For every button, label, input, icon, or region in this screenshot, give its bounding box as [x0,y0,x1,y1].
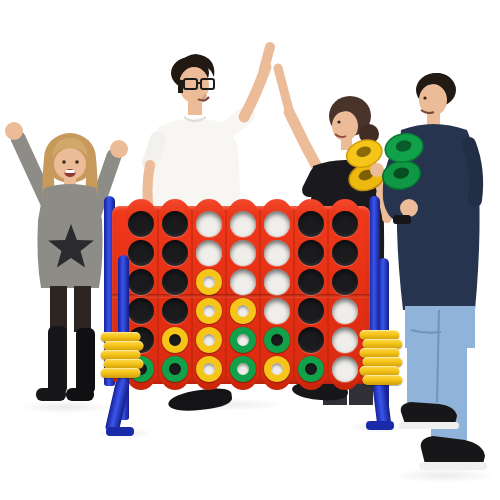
cell-r4c5[interactable] [260,296,294,325]
cell-r1c2[interactable] [158,209,192,238]
empty-hole [298,298,324,324]
cell-r5c2[interactable] [158,325,192,354]
man1-head [171,54,214,115]
cell-r1c3[interactable] [192,209,226,238]
cell-r1c1[interactable] [124,209,158,238]
cell-r6c4[interactable] [226,354,260,383]
empty-hole [264,298,290,324]
ring-stack-left [102,333,142,378]
empty-hole [332,327,358,353]
connect-four-board [104,196,404,444]
empty-hole [162,269,188,295]
empty-hole [264,269,290,295]
cell-r3c7[interactable] [328,267,362,296]
disc-green [162,356,188,382]
man2-head [416,73,456,127]
empty-hole [332,240,358,266]
girl-sweater [37,184,102,288]
disc-yellow [196,356,222,382]
cell-r6c3[interactable] [192,354,226,383]
empty-hole [230,240,256,266]
cell-r2c1[interactable] [124,238,158,267]
empty-hole [128,240,154,266]
cell-r2c6[interactable] [294,238,328,267]
cell-r3c5[interactable] [260,267,294,296]
empty-hole [230,269,256,295]
empty-hole [196,211,222,237]
board-grid [124,209,362,383]
empty-hole [298,240,324,266]
cell-r1c5[interactable] [260,209,294,238]
empty-hole [298,211,324,237]
cell-r3c4[interactable] [226,267,260,296]
cell-r5c4[interactable] [226,325,260,354]
cell-r1c7[interactable] [328,209,362,238]
cell-r4c2[interactable] [158,296,192,325]
cell-r6c7[interactable] [328,354,362,383]
girl-legs-boots [36,286,95,401]
empty-hole [264,211,290,237]
cell-r5c7[interactable] [328,325,362,354]
disc-green [230,356,256,382]
woman-arms [278,68,323,178]
disc-green [298,356,324,382]
empty-hole [298,269,324,295]
cell-r3c2[interactable] [158,267,192,296]
cell-r4c6[interactable] [294,296,328,325]
girl-fist-right [110,140,128,158]
cell-r4c1[interactable] [124,296,158,325]
cell-r1c4[interactable] [226,209,260,238]
cell-r2c7[interactable] [328,238,362,267]
disc-yellow [196,269,222,295]
empty-hole [196,240,222,266]
disc-yellow [196,327,222,353]
empty-hole [230,211,256,237]
empty-hole [128,269,154,295]
cell-r4c7[interactable] [328,296,362,325]
cell-r4c3[interactable] [192,296,226,325]
cell-r3c1[interactable] [124,267,158,296]
cell-r6c5[interactable] [260,354,294,383]
cell-r1c6[interactable] [294,209,328,238]
cell-r6c2[interactable] [158,354,192,383]
left-foot [106,427,134,436]
disc-yellow [162,327,188,353]
woman-high-five-hand [278,68,289,110]
girl-fist-left [5,122,23,140]
cell-r2c2[interactable] [158,238,192,267]
cell-r2c3[interactable] [192,238,226,267]
cell-r2c4[interactable] [226,238,260,267]
cell-r6c6[interactable] [294,354,328,383]
empty-hole [298,327,324,353]
cell-r4c4[interactable] [226,296,260,325]
disc-yellow [230,298,256,324]
empty-hole [162,211,188,237]
spare-ring-yellow [363,375,403,385]
cell-r5c6[interactable] [294,325,328,354]
empty-hole [162,298,188,324]
empty-hole [128,211,154,237]
disc-yellow [196,298,222,324]
empty-hole [332,356,358,382]
empty-hole [264,240,290,266]
cell-r3c6[interactable] [294,267,328,296]
right-foot [366,421,394,430]
disc-yellow [264,356,290,382]
disc-green [230,327,256,353]
empty-hole [332,211,358,237]
product-photo-scene [0,0,500,500]
empty-hole [162,240,188,266]
empty-hole [332,269,358,295]
spare-ring-yellow [101,368,141,378]
cell-r3c3[interactable] [192,267,226,296]
ring-stack-right [361,331,401,385]
cell-r5c3[interactable] [192,325,226,354]
disc-green [264,327,290,353]
cell-r5c5[interactable] [260,325,294,354]
empty-hole [332,298,358,324]
empty-hole [128,298,154,324]
cell-r2c5[interactable] [260,238,294,267]
